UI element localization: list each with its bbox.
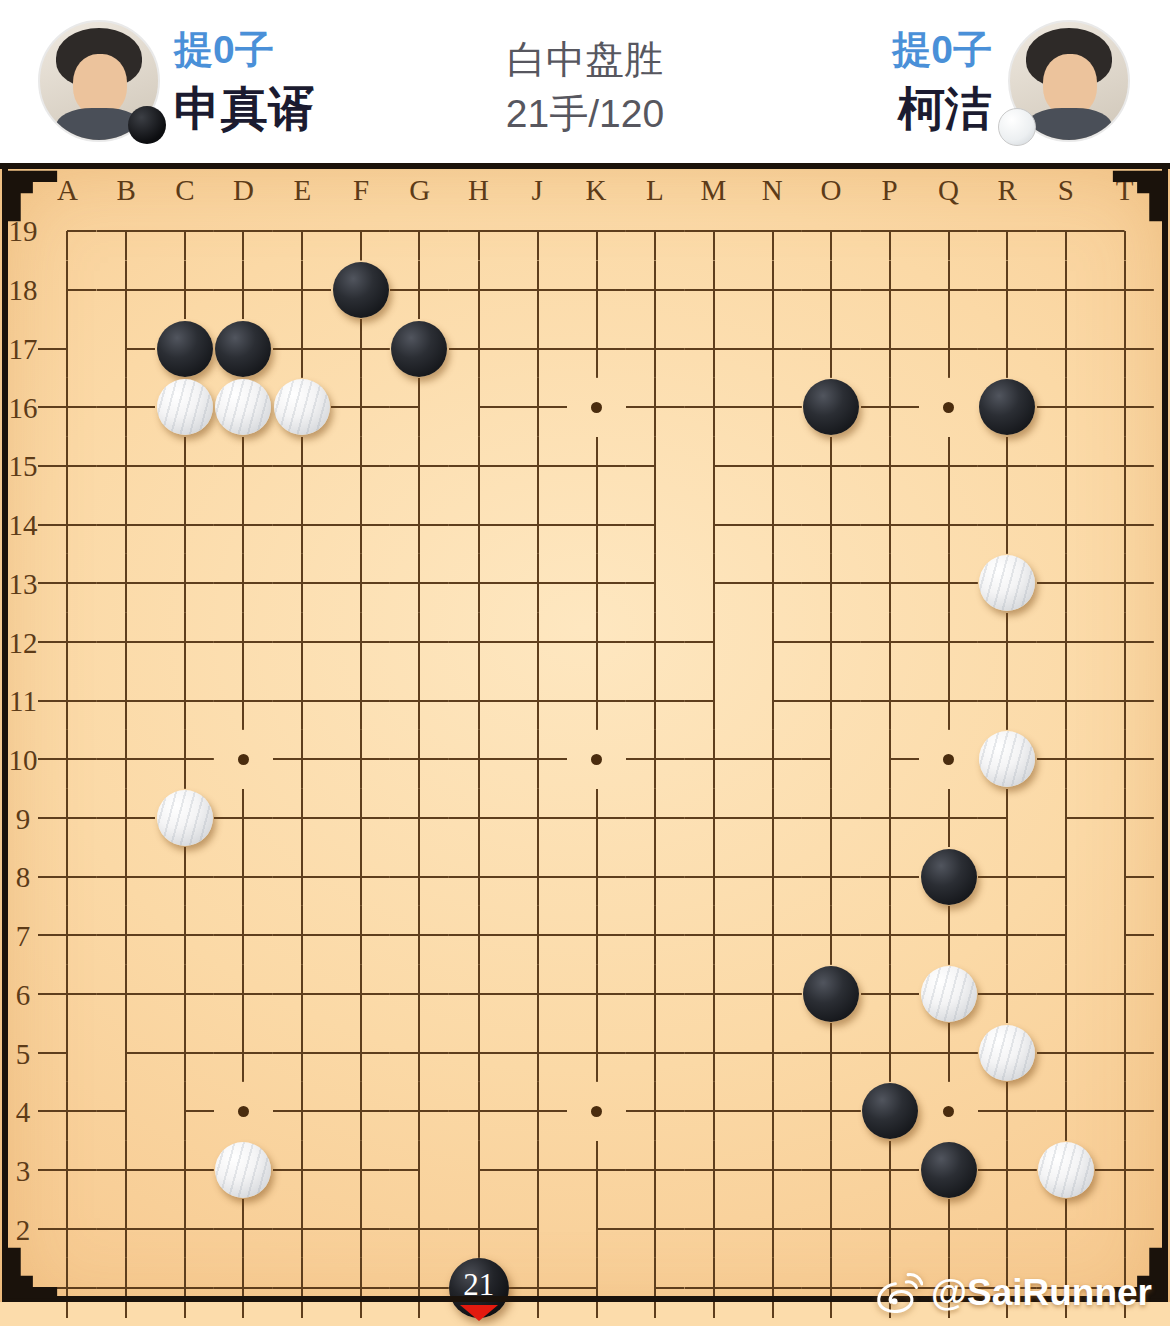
board-intersection (1037, 495, 1096, 554)
board-intersection (802, 554, 861, 613)
board-intersection (214, 1199, 273, 1258)
board-intersection (214, 261, 273, 320)
board-intersection (1095, 554, 1154, 613)
board-intersection (509, 319, 568, 378)
board-intersection (390, 437, 449, 496)
black-stone-badge (128, 106, 166, 144)
board-intersection (273, 319, 332, 378)
board-intersection (214, 965, 273, 1024)
stone-white (1038, 1142, 1094, 1198)
board-intersection (978, 613, 1037, 672)
board-intersection (1037, 671, 1096, 730)
frame-right-rail (1162, 163, 1168, 1302)
board-intersection (1095, 378, 1154, 437)
board-intersection (331, 495, 390, 554)
board-intersection (97, 1199, 156, 1258)
board-intersection (802, 671, 861, 730)
board-intersection (1095, 965, 1154, 1024)
board-intersection (155, 906, 214, 965)
board-intersection (685, 671, 744, 730)
board-intersection (567, 554, 626, 613)
board-intersection (861, 671, 920, 730)
stone-white (274, 379, 330, 435)
marker-triangle-icon (460, 1305, 498, 1321)
board-intersection (331, 554, 390, 613)
avatar-face (1043, 54, 1097, 116)
board-intersection (685, 319, 744, 378)
board-intersection (155, 730, 214, 789)
result-text: 白中盘胜 (0, 36, 1170, 84)
board-intersection (509, 554, 568, 613)
board-intersection (155, 202, 214, 261)
board-intersection (1037, 906, 1096, 965)
board-intersection (1037, 319, 1096, 378)
frame-left-rail (2, 163, 8, 1302)
board-intersection (978, 671, 1037, 730)
board-intersection (861, 789, 920, 848)
board-intersection (390, 847, 449, 906)
board-intersection (331, 437, 390, 496)
board-intersection (685, 847, 744, 906)
board-intersection (743, 1199, 802, 1258)
board-intersection (626, 319, 685, 378)
board-intersection (390, 789, 449, 848)
board-intersection (97, 319, 156, 378)
board-intersection (743, 1082, 802, 1141)
board-area: ABCDEFGHJKLMNOPQRST 19181716151413121110… (0, 163, 1170, 1326)
board-intersection (273, 495, 332, 554)
board-intersection (273, 1023, 332, 1082)
board-intersection (802, 1258, 861, 1318)
board-intersection (626, 1023, 685, 1082)
board-intersection (1037, 789, 1096, 848)
board-intersection (567, 965, 626, 1024)
board-intersection (214, 613, 273, 672)
frame-corner-ornament (3, 167, 59, 223)
board-intersection (214, 202, 273, 261)
board-intersection (802, 437, 861, 496)
board-intersection (743, 906, 802, 965)
board-intersection (1037, 378, 1096, 437)
board-intersection (390, 613, 449, 672)
stone-black (921, 849, 977, 905)
board-intersection (155, 847, 214, 906)
board-intersection (743, 847, 802, 906)
board-intersection (685, 261, 744, 320)
board-intersection (567, 261, 626, 320)
board-intersection (1037, 730, 1096, 789)
board-intersection (331, 202, 390, 261)
board-intersection (449, 202, 509, 261)
board-intersection (626, 378, 685, 437)
board-intersection (97, 554, 156, 613)
board-intersection (626, 1258, 685, 1318)
board-intersection (273, 1199, 332, 1258)
board-intersection (861, 906, 920, 965)
board-intersection (1037, 202, 1096, 261)
board-intersection (38, 1141, 97, 1200)
board-intersection (390, 1199, 449, 1258)
board-intersection (919, 554, 978, 613)
board-intersection (97, 1258, 156, 1318)
board-intersection (861, 730, 920, 789)
board-intersection (273, 906, 332, 965)
board-intersection (919, 202, 978, 261)
board-intersection (743, 789, 802, 848)
board-intersection (97, 906, 156, 965)
board-intersection (626, 1141, 685, 1200)
stone-black (391, 321, 447, 377)
board-intersection (273, 730, 332, 789)
board-intersection (38, 671, 97, 730)
board-intersection (567, 1023, 626, 1082)
stone-black (921, 1142, 977, 1198)
board-intersection (685, 554, 744, 613)
board-intersection (509, 1141, 568, 1200)
board-intersection (449, 319, 509, 378)
board-intersection (273, 1141, 332, 1200)
board-intersection (390, 965, 449, 1024)
board-intersection (978, 789, 1037, 848)
board-intersection (861, 1023, 920, 1082)
board-intersection (685, 1023, 744, 1082)
board-intersection (743, 671, 802, 730)
stone-white (979, 1025, 1035, 1081)
board-intersection (331, 1141, 390, 1200)
board-intersection (155, 554, 214, 613)
board-intersection (38, 1082, 97, 1141)
stone-white (157, 379, 213, 435)
board-intersection (509, 671, 568, 730)
board-intersection (509, 1199, 568, 1258)
board-intersection (449, 847, 509, 906)
board-intersection (509, 965, 568, 1024)
board-intersection (1095, 613, 1154, 672)
board-intersection (802, 495, 861, 554)
board-intersection (743, 319, 802, 378)
board-intersection (449, 613, 509, 672)
star-point (238, 1106, 249, 1117)
board-intersection (1037, 261, 1096, 320)
star-point (238, 754, 249, 765)
board-intersection (1095, 1082, 1154, 1141)
board-intersection (861, 319, 920, 378)
stone-white (157, 790, 213, 846)
board-intersection (509, 261, 568, 320)
board-intersection (626, 613, 685, 672)
board-intersection (1095, 671, 1154, 730)
board-intersection (861, 378, 920, 437)
board-intersection (449, 1199, 509, 1258)
board-intersection (155, 1199, 214, 1258)
board-intersection (38, 554, 97, 613)
board-intersection (331, 319, 390, 378)
board-intersection (38, 378, 97, 437)
board-intersection (509, 378, 568, 437)
board-intersection (331, 906, 390, 965)
board-intersection (390, 554, 449, 613)
board-intersection (567, 1258, 626, 1318)
board-intersection (331, 1258, 390, 1318)
board-intersection (509, 1082, 568, 1141)
board-intersection (861, 1199, 920, 1258)
board-intersection (331, 847, 390, 906)
board-intersection (802, 613, 861, 672)
board-intersection (273, 261, 332, 320)
board-intersection (919, 1023, 978, 1082)
board-intersection (626, 1082, 685, 1141)
board-intersection (214, 671, 273, 730)
board-intersection (626, 906, 685, 965)
board-intersection (38, 495, 97, 554)
stone-white (921, 966, 977, 1022)
board-intersection (273, 613, 332, 672)
board-intersection (273, 671, 332, 730)
board-intersection (449, 1141, 509, 1200)
stone-black (215, 321, 271, 377)
board-intersection (743, 437, 802, 496)
board-intersection (97, 1023, 156, 1082)
board-intersection (331, 671, 390, 730)
board-intersection (1095, 261, 1154, 320)
board-intersection (978, 437, 1037, 496)
board-intersection (861, 965, 920, 1024)
board-intersection (978, 261, 1037, 320)
board-intersection (1037, 554, 1096, 613)
board-intersection (567, 319, 626, 378)
board-intersection (449, 261, 509, 320)
board-intersection (1095, 789, 1154, 848)
board-intersection (273, 789, 332, 848)
board-intersection (978, 1141, 1037, 1200)
stone-black (803, 966, 859, 1022)
board-intersection (449, 671, 509, 730)
stone-white (979, 731, 1035, 787)
star-point (591, 1106, 602, 1117)
board-intersection (743, 1258, 802, 1318)
board-intersection (802, 1199, 861, 1258)
board-intersection (97, 202, 156, 261)
board-intersection (861, 261, 920, 320)
board-intersection (390, 202, 449, 261)
board-intersection (390, 1082, 449, 1141)
board-intersection (743, 1141, 802, 1200)
board-intersection (861, 202, 920, 261)
board-intersection (1095, 437, 1154, 496)
board-intersection (978, 906, 1037, 965)
board-intersection (509, 437, 568, 496)
board-intersection (97, 613, 156, 672)
board-intersection (685, 437, 744, 496)
board-intersection (567, 437, 626, 496)
board-intersection (919, 437, 978, 496)
board-intersection (861, 1141, 920, 1200)
board-intersection (685, 965, 744, 1024)
board-intersection (1095, 847, 1154, 906)
board-intersection (38, 730, 97, 789)
weibo-icon (875, 1271, 923, 1315)
stone-white (215, 1142, 271, 1198)
board-intersection (509, 1023, 568, 1082)
board-intersection (802, 1023, 861, 1082)
board-intersection (802, 1141, 861, 1200)
board-intersection (273, 965, 332, 1024)
frame-top-rail (0, 163, 1170, 169)
stone-black (803, 379, 859, 435)
star-point (591, 754, 602, 765)
board-intersection (919, 906, 978, 965)
board-intersection (919, 261, 978, 320)
board-intersection (509, 613, 568, 672)
screen: 提0子 申真谞 白中盘胜 21手/120 提0子 柯洁 ABCDEFGHJKLM… (0, 0, 1170, 1326)
board-intersection (97, 965, 156, 1024)
board-intersection (214, 847, 273, 906)
watermark-handle: @SaiRunner (931, 1272, 1152, 1314)
board-intersection (919, 671, 978, 730)
board-intersection (1037, 613, 1096, 672)
right-player-avatar (1008, 20, 1130, 142)
board-intersection (214, 906, 273, 965)
board-intersection (38, 906, 97, 965)
board-intersection (449, 906, 509, 965)
board-intersection (685, 1199, 744, 1258)
board-intersection (1037, 1199, 1096, 1258)
board-intersection (978, 1199, 1037, 1258)
board-intersection (38, 965, 97, 1024)
board-intersection (390, 730, 449, 789)
board-intersection (155, 261, 214, 320)
board-intersection (273, 847, 332, 906)
board-intersection (743, 261, 802, 320)
board-intersection (273, 1258, 332, 1318)
board-intersection (919, 319, 978, 378)
stone-black (862, 1083, 918, 1139)
board-intersection (802, 847, 861, 906)
header: 提0子 申真谞 白中盘胜 21手/120 提0子 柯洁 (0, 0, 1170, 163)
board-intersection (685, 789, 744, 848)
board-intersection (1037, 965, 1096, 1024)
board-intersection (509, 847, 568, 906)
board-intersection (97, 789, 156, 848)
board-intersection (331, 730, 390, 789)
board-intersection (567, 671, 626, 730)
board-intersection (214, 789, 273, 848)
board-intersection (331, 1082, 390, 1141)
board-intersection (685, 613, 744, 672)
board-intersection (685, 378, 744, 437)
move-number-marker[interactable]: 21 (449, 1258, 509, 1318)
board-intersection (97, 1082, 156, 1141)
board-intersection (331, 789, 390, 848)
board-intersection (155, 1082, 214, 1141)
star-point (943, 1106, 954, 1117)
board-intersection (155, 1141, 214, 1200)
board-intersection (509, 202, 568, 261)
board-intersection (331, 1199, 390, 1258)
board-intersection (743, 495, 802, 554)
board-intersection (331, 1023, 390, 1082)
board-intersection (567, 495, 626, 554)
board-intersection (1095, 319, 1154, 378)
stone-white (215, 379, 271, 435)
board-intersection (1037, 847, 1096, 906)
board-intersection (38, 613, 97, 672)
board-intersection (38, 319, 97, 378)
move-number-label: 21 (463, 1269, 494, 1300)
board-intersection (214, 495, 273, 554)
right-player-name: 柯洁 (892, 80, 992, 138)
board-intersection (390, 495, 449, 554)
board-intersection (743, 613, 802, 672)
board-intersection (1095, 906, 1154, 965)
board-intersection (861, 554, 920, 613)
star-point (591, 402, 602, 413)
board-intersection (743, 1023, 802, 1082)
board-intersection (1095, 1141, 1154, 1200)
board-intersection (919, 1199, 978, 1258)
star-point (943, 402, 954, 413)
board-intersection (685, 495, 744, 554)
board-intersection (390, 906, 449, 965)
board-intersection (38, 261, 97, 320)
right-player-info: 提0子 柯洁 (892, 26, 992, 138)
board-intersection (214, 1258, 273, 1318)
board-intersection (861, 847, 920, 906)
board-intersection (626, 1199, 685, 1258)
board-intersection (155, 1258, 214, 1318)
board-intersection (390, 671, 449, 730)
board-intersection (626, 847, 685, 906)
board-intersection (802, 319, 861, 378)
board-intersection (155, 437, 214, 496)
board-intersection (1095, 495, 1154, 554)
board-intersection (449, 554, 509, 613)
board-intersection (390, 261, 449, 320)
board-intersection (97, 1141, 156, 1200)
board-intersection (273, 437, 332, 496)
board-grid: 21 (38, 202, 1154, 1318)
board-intersection (449, 730, 509, 789)
board-intersection (802, 730, 861, 789)
board-intersection (802, 789, 861, 848)
board-intersection (978, 965, 1037, 1024)
board-intersection (155, 1023, 214, 1082)
board-intersection (97, 437, 156, 496)
avatar-body (1026, 108, 1112, 142)
board-intersection (509, 730, 568, 789)
board-intersection (567, 1141, 626, 1200)
board-intersection (685, 1141, 744, 1200)
board-intersection (97, 847, 156, 906)
board-intersection (567, 906, 626, 965)
board-intersection (1037, 437, 1096, 496)
board-intersection (1037, 1082, 1096, 1141)
board-intersection (861, 437, 920, 496)
board-intersection (449, 495, 509, 554)
board-intersection (509, 906, 568, 965)
board-intersection (449, 1082, 509, 1141)
board-intersection (685, 730, 744, 789)
board-intersection (919, 495, 978, 554)
board-intersection (626, 789, 685, 848)
board-intersection (626, 554, 685, 613)
board-intersection (567, 847, 626, 906)
frame-corner-ornament (3, 1246, 59, 1302)
board-intersection (155, 965, 214, 1024)
star-point (943, 754, 954, 765)
board-intersection (449, 965, 509, 1024)
game-status: 白中盘胜 21手/120 (0, 36, 1170, 138)
